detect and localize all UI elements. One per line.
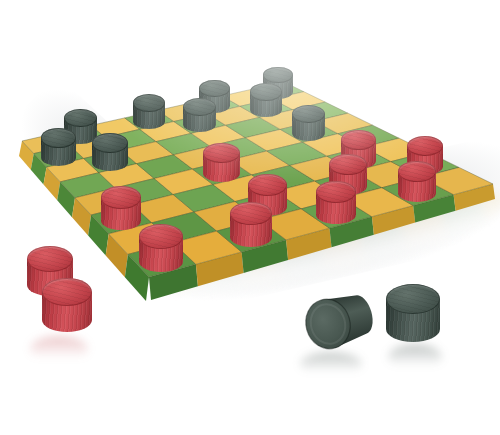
red-piece-r7c4[interactable] bbox=[316, 181, 356, 224]
pieces-layer bbox=[0, 0, 500, 435]
red-piece-r7c0[interactable] bbox=[139, 224, 183, 272]
dark-piece-off-board[interactable] bbox=[386, 284, 440, 342]
red-piece-r7c2[interactable] bbox=[230, 202, 272, 247]
red-piece-r4c3[interactable] bbox=[203, 143, 240, 183]
dark-piece-r3c6[interactable] bbox=[292, 105, 325, 141]
red-piece-off-board[interactable] bbox=[42, 278, 92, 332]
dark-piece-r0c3[interactable] bbox=[133, 94, 165, 129]
dark-piece-r1c4[interactable] bbox=[183, 98, 215, 133]
dark-piece-r1c0[interactable] bbox=[41, 128, 76, 166]
checkers-photo-scene bbox=[0, 0, 500, 435]
red-piece-r7c6[interactable] bbox=[398, 161, 436, 202]
red-piece-r5c0[interactable] bbox=[101, 186, 142, 230]
dark-piece-r1c6[interactable] bbox=[250, 83, 281, 117]
dark-piece-r2c1[interactable] bbox=[92, 133, 128, 171]
